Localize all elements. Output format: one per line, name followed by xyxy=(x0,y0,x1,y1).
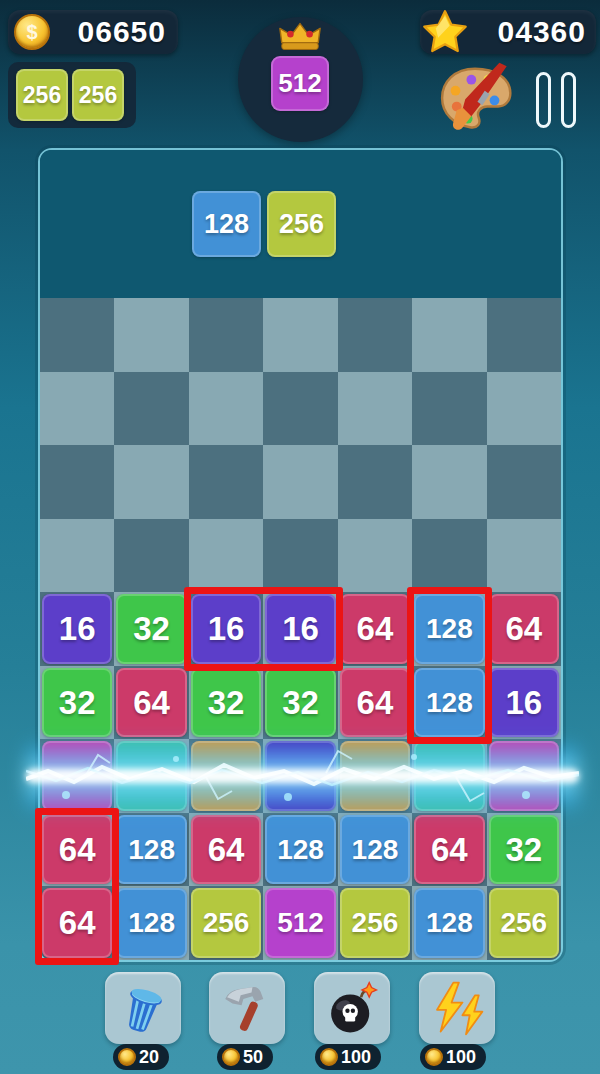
queue-tile-1: 256 xyxy=(16,69,68,121)
bomb-icon xyxy=(323,979,381,1037)
star-icon xyxy=(422,9,468,55)
cell-r6c5: 64 xyxy=(338,666,412,740)
cell-r8c7: 32 xyxy=(487,813,561,887)
drop-tile-128[interactable]: 128 xyxy=(192,191,261,257)
cell-r6c3: 32 xyxy=(189,666,263,740)
lightning-price-value: 100 xyxy=(446,1047,476,1068)
cell-r4c7 xyxy=(487,519,561,593)
cell-r5c6: 128 xyxy=(412,592,486,666)
coin-dollar-symbol: $ xyxy=(26,21,37,44)
tile-128-r9c6[interactable]: 128 xyxy=(414,888,484,958)
theme-palette-button[interactable] xyxy=(436,58,514,138)
tile-128-r8c5[interactable]: 128 xyxy=(340,815,410,885)
pause-button[interactable] xyxy=(530,66,586,132)
cell-r5c4: 16 xyxy=(263,592,337,666)
tile-128-r5c6[interactable]: 128 xyxy=(414,594,484,664)
tile-64-r8c1[interactable]: 64 xyxy=(42,815,112,885)
cell-r6c6: 128 xyxy=(412,666,486,740)
cell-r5c5: 64 xyxy=(338,592,412,666)
cell-r5c2: 32 xyxy=(114,592,188,666)
palette-icon xyxy=(436,58,514,138)
cell-r2c5 xyxy=(338,372,412,446)
tile-128-r8c2[interactable]: 128 xyxy=(116,815,186,885)
cell-r9c7: 256 xyxy=(487,886,561,960)
cell-r6c2: 64 xyxy=(114,666,188,740)
cell-r2c4 xyxy=(263,372,337,446)
cell-r7c7 xyxy=(487,739,561,813)
tile-64-r8c3[interactable]: 64 xyxy=(191,815,261,885)
cell-r1c6 xyxy=(412,298,486,372)
tile-256-r9c7[interactable]: 256 xyxy=(489,888,559,958)
cell-r8c3: 64 xyxy=(189,813,263,887)
spawn-zone: 128 256 xyxy=(40,150,561,298)
cell-r8c2: 128 xyxy=(114,813,188,887)
cell-r7c1 xyxy=(40,739,114,813)
tile-64-r5c7[interactable]: 64 xyxy=(489,594,559,664)
best-tile: 512 xyxy=(271,56,329,111)
tile-hidden-r7c2[interactable] xyxy=(116,741,186,811)
cell-r4c6 xyxy=(412,519,486,593)
bomb-price-value: 100 xyxy=(341,1047,371,1068)
cell-r3c1 xyxy=(40,445,114,519)
tile-hidden-r7c4[interactable] xyxy=(265,741,335,811)
lightning-bolts-icon xyxy=(428,979,486,1037)
tile-32-r5c2[interactable]: 32 xyxy=(116,594,186,664)
tile-hidden-r7c5[interactable] xyxy=(340,741,410,811)
cell-r3c7 xyxy=(487,445,561,519)
hammer-price: 50 xyxy=(217,1044,273,1070)
tile-32-r6c3[interactable]: 32 xyxy=(191,668,261,738)
tile-64-r9c1[interactable]: 64 xyxy=(42,888,112,958)
cell-r3c6 xyxy=(412,445,486,519)
best-tile-badge: 512 xyxy=(238,17,363,142)
tile-hidden-r7c1[interactable] xyxy=(42,741,112,811)
cell-r7c4 xyxy=(263,739,337,813)
tile-64-r8c6[interactable]: 64 xyxy=(414,815,484,885)
cell-r9c3: 256 xyxy=(189,886,263,960)
coin-icon xyxy=(222,1048,240,1066)
cell-r1c1 xyxy=(40,298,114,372)
tile-hidden-r7c7[interactable] xyxy=(489,741,559,811)
tile-hidden-r7c3[interactable] xyxy=(191,741,261,811)
coin-value: 06650 xyxy=(78,15,166,49)
bomb-price: 100 xyxy=(315,1044,381,1070)
lightning-price: 100 xyxy=(420,1044,486,1070)
coin-icon xyxy=(425,1048,443,1066)
board-grid: 1632161664128643264323264128166412864128… xyxy=(40,298,561,960)
queue-tile-2: 256 xyxy=(72,69,124,121)
tile-hidden-r7c6[interactable] xyxy=(414,741,484,811)
tile-16-r5c1[interactable]: 16 xyxy=(42,594,112,664)
tile-32-r8c7[interactable]: 32 xyxy=(489,815,559,885)
coin-icon xyxy=(320,1048,338,1066)
tile-128-r6c6[interactable]: 128 xyxy=(414,668,484,738)
cell-r7c3 xyxy=(189,739,263,813)
board: 128 256 16321616641286432643232641281664… xyxy=(38,148,563,962)
tile-64-r5c5[interactable]: 64 xyxy=(340,594,410,664)
cell-r2c1 xyxy=(40,372,114,446)
cell-r1c4 xyxy=(263,298,337,372)
cell-r7c6 xyxy=(412,739,486,813)
cell-r1c3 xyxy=(189,298,263,372)
tile-128-r8c4[interactable]: 128 xyxy=(265,815,335,885)
cell-r2c6 xyxy=(412,372,486,446)
game-screen: $ 06650 04360 256 256 512 xyxy=(0,0,600,1074)
cell-r3c4 xyxy=(263,445,337,519)
trash-powerup-button[interactable] xyxy=(105,972,181,1044)
tile-32-r6c1[interactable]: 32 xyxy=(42,668,112,738)
cell-r4c2 xyxy=(114,519,188,593)
tile-512-r9c4[interactable]: 512 xyxy=(265,888,335,958)
trash-price-value: 20 xyxy=(139,1047,159,1068)
cell-r9c5: 256 xyxy=(338,886,412,960)
star-value: 04360 xyxy=(498,15,586,49)
cell-r1c5 xyxy=(338,298,412,372)
cell-r5c7: 64 xyxy=(487,592,561,666)
cell-r9c6: 128 xyxy=(412,886,486,960)
trash-icon xyxy=(114,979,172,1037)
drop-tile-256[interactable]: 256 xyxy=(267,191,336,257)
tile-16-r5c3[interactable]: 16 xyxy=(191,594,261,664)
coin-counter: $ 06650 xyxy=(8,10,178,54)
cell-r4c5 xyxy=(338,519,412,593)
star-counter: 04360 xyxy=(420,10,596,54)
cell-r3c5 xyxy=(338,445,412,519)
trash-price: 20 xyxy=(113,1044,169,1070)
crown-icon xyxy=(277,21,323,53)
cell-r4c1 xyxy=(40,519,114,593)
coin-icon xyxy=(118,1048,136,1066)
next-tile-queue: 256 256 xyxy=(8,62,136,128)
cell-r5c1: 16 xyxy=(40,592,114,666)
lightning-powerup-button[interactable] xyxy=(419,972,495,1044)
cell-r7c2 xyxy=(114,739,188,813)
hammer-price-value: 50 xyxy=(243,1047,263,1068)
cell-r2c2 xyxy=(114,372,188,446)
cell-r8c1: 64 xyxy=(40,813,114,887)
tile-64-r6c5[interactable]: 64 xyxy=(340,668,410,738)
cell-r1c7 xyxy=(487,298,561,372)
hammer-powerup-button[interactable] xyxy=(209,972,285,1044)
cell-r5c3: 16 xyxy=(189,592,263,666)
cell-r6c7: 16 xyxy=(487,666,561,740)
tile-32-r6c4[interactable]: 32 xyxy=(265,668,335,738)
cell-r4c3 xyxy=(189,519,263,593)
tile-128-r9c2[interactable]: 128 xyxy=(116,888,186,958)
cell-r8c6: 64 xyxy=(412,813,486,887)
tile-64-r6c2[interactable]: 64 xyxy=(116,668,186,738)
coin-icon: $ xyxy=(14,14,50,50)
cell-r9c2: 128 xyxy=(114,886,188,960)
cell-r6c4: 32 xyxy=(263,666,337,740)
cell-r3c3 xyxy=(189,445,263,519)
cell-r8c5: 128 xyxy=(338,813,412,887)
cell-r9c1: 64 xyxy=(40,886,114,960)
cell-r2c7 xyxy=(487,372,561,446)
cell-r4c4 xyxy=(263,519,337,593)
tile-16-r5c4[interactable]: 16 xyxy=(265,594,335,664)
cell-r7c5 xyxy=(338,739,412,813)
tile-16-r6c7[interactable]: 16 xyxy=(489,668,559,738)
cell-r8c4: 128 xyxy=(263,813,337,887)
cell-r9c4: 512 xyxy=(263,886,337,960)
bomb-powerup-button[interactable] xyxy=(314,972,390,1044)
hammer-icon xyxy=(218,979,276,1037)
cell-r6c1: 32 xyxy=(40,666,114,740)
tile-256-r9c3[interactable]: 256 xyxy=(191,888,261,958)
tile-256-r9c5[interactable]: 256 xyxy=(340,888,410,958)
cell-r2c3 xyxy=(189,372,263,446)
cell-r3c2 xyxy=(114,445,188,519)
cell-r1c2 xyxy=(114,298,188,372)
